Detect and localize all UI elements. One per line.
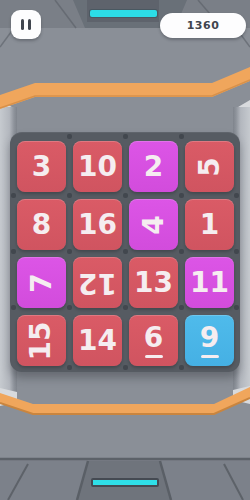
panel-stud [11,305,16,310]
tile-number: 2 [144,153,163,181]
panel-stud [11,193,16,198]
orange-ribbon-top [0,67,250,109]
tile-grid: 31025816417121311151469 [17,141,234,366]
pause-icon [28,19,32,30]
tile-r0c0-value-3[interactable]: 3 [17,141,66,192]
tile-number: 1 [200,211,219,239]
tile-r1c2-value-4[interactable]: 4 [129,199,178,250]
tile-r2c3-value-11[interactable]: 11 [185,257,234,308]
tile-number: 5 [195,157,223,176]
tile-r2c2-value-13[interactable]: 13 [129,257,178,308]
tile-r2c1-value-12[interactable]: 12 [73,257,122,308]
digit-underline [201,355,219,358]
tile-r1c0-value-8[interactable]: 8 [17,199,66,250]
tile-number: 16 [78,211,117,239]
tile-r3c3-value-9[interactable]: 9 [185,315,234,366]
panel-stud [234,249,239,254]
panel-stud [123,134,128,139]
tile-number: 6 [144,324,163,352]
tile-r3c0-value-15[interactable]: 15 [17,315,66,366]
tile-r2c0-value-7[interactable]: 7 [17,257,66,308]
tile-r3c2-value-6[interactable]: 6 [129,315,178,366]
tile-number: 7 [27,273,55,292]
tile-number: 11 [190,269,229,297]
tile-r1c1-value-16[interactable]: 16 [73,199,122,250]
panel-stud [234,193,239,198]
score-display: 1360 [160,13,246,38]
pause-icon [21,19,25,30]
pause-button[interactable] [11,10,41,39]
ceiling-light-bar [90,10,157,17]
score-value: 1360 [187,19,220,32]
tile-number: 8 [32,211,51,239]
tile-r0c1-value-10[interactable]: 10 [73,141,122,192]
tile-r1c3-value-1[interactable]: 1 [185,199,234,250]
tile-number: 9 [200,324,219,352]
tile-number: 10 [78,153,117,181]
tile-r0c2-value-2[interactable]: 2 [129,141,178,192]
panel-stud [234,305,239,310]
panel-stud [179,134,184,139]
tile-number: 15 [28,321,56,360]
floor-light-bar [91,478,159,487]
panel-stud [11,249,16,254]
orange-ribbon-bottom [0,387,250,414]
tile-r3c1-value-14[interactable]: 14 [73,315,122,366]
tile-r0c3-value-5[interactable]: 5 [185,141,234,192]
panel-stud [67,134,72,139]
tile-number: 3 [32,153,51,181]
tile-number: 12 [78,269,117,297]
tile-number: 13 [134,269,173,297]
tile-number: 14 [78,327,117,355]
tile-number: 4 [139,215,167,234]
digit-underline [145,355,163,358]
